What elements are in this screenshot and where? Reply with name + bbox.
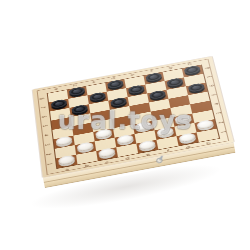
white-checker-d2[interactable] bbox=[117, 134, 134, 145]
square-d1[interactable] bbox=[116, 144, 138, 157]
square-a2[interactable] bbox=[55, 145, 76, 158]
white-checker-e1[interactable] bbox=[138, 140, 156, 151]
square-a3[interactable] bbox=[54, 136, 75, 149]
white-checker-e3[interactable] bbox=[135, 121, 152, 131]
square-c3[interactable] bbox=[93, 128, 114, 141]
square-d5[interactable] bbox=[110, 106, 131, 119]
square-g1[interactable] bbox=[176, 132, 198, 145]
square-c1[interactable] bbox=[96, 147, 118, 160]
square-e5[interactable] bbox=[129, 102, 150, 115]
checkers-box: abcdefgh abcdefgh 87654321 87654321 bbox=[33, 56, 234, 177]
white-checker-c3[interactable] bbox=[95, 128, 112, 139]
square-d3[interactable] bbox=[113, 125, 135, 138]
square-f5[interactable] bbox=[149, 99, 171, 112]
square-g5[interactable] bbox=[168, 95, 190, 108]
rank-label: 1 bbox=[213, 127, 234, 136]
black-checker-b8[interactable] bbox=[69, 86, 85, 96]
square-g3[interactable] bbox=[172, 114, 194, 127]
white-checker-g3[interactable] bbox=[174, 113, 192, 123]
black-checker-d8[interactable] bbox=[107, 79, 124, 89]
square-c5[interactable] bbox=[90, 110, 111, 123]
square-e1[interactable] bbox=[136, 140, 158, 153]
square-e2[interactable] bbox=[135, 130, 157, 143]
square-f3[interactable] bbox=[153, 117, 175, 130]
square-b3[interactable] bbox=[73, 132, 94, 145]
rank-label: 4 bbox=[206, 99, 227, 108]
white-checker-a1[interactable] bbox=[58, 155, 75, 166]
square-b5[interactable] bbox=[71, 113, 92, 126]
white-checker-c1[interactable] bbox=[98, 147, 115, 158]
square-b2[interactable] bbox=[75, 141, 96, 154]
white-checker-g1[interactable] bbox=[178, 132, 196, 143]
black-checker-f8[interactable] bbox=[145, 72, 162, 82]
clasp-icon bbox=[154, 156, 165, 166]
board-face: abcdefgh abcdefgh 87654321 87654321 bbox=[33, 56, 234, 177]
square-c4[interactable] bbox=[92, 119, 113, 132]
rank-label: 2 bbox=[210, 118, 231, 127]
white-checker-f2[interactable] bbox=[156, 127, 174, 138]
square-f2[interactable] bbox=[154, 127, 176, 140]
white-checker-b2[interactable] bbox=[77, 141, 94, 152]
rank-label: 3 bbox=[36, 140, 57, 149]
square-f4[interactable] bbox=[151, 108, 173, 121]
rank-label: 1 bbox=[39, 160, 60, 169]
white-checker-h2[interactable] bbox=[196, 119, 214, 130]
scene: abcdefgh abcdefgh 87654321 87654321 bbox=[20, 5, 239, 224]
rank-label: 3 bbox=[208, 109, 229, 118]
square-h1[interactable] bbox=[197, 129, 219, 142]
square-f1[interactable] bbox=[156, 136, 178, 149]
square-h4[interactable] bbox=[190, 101, 212, 114]
square-e3[interactable] bbox=[133, 121, 155, 134]
square-a4[interactable] bbox=[52, 126, 73, 139]
square-g2[interactable] bbox=[174, 123, 196, 136]
square-g4[interactable] bbox=[170, 104, 192, 117]
black-checker-h8[interactable] bbox=[184, 65, 201, 75]
square-a1[interactable] bbox=[56, 155, 77, 169]
product-photo: abcdefgh abcdefgh 87654321 87654321 ural… bbox=[0, 0, 250, 250]
square-e4[interactable] bbox=[131, 112, 153, 125]
square-a5[interactable] bbox=[51, 117, 72, 130]
square-c2[interactable] bbox=[95, 138, 117, 151]
square-b1[interactable] bbox=[76, 151, 98, 164]
white-checker-a3[interactable] bbox=[55, 135, 72, 146]
rank-label: 4 bbox=[35, 131, 55, 140]
square-d2[interactable] bbox=[115, 134, 137, 147]
square-d4[interactable] bbox=[111, 115, 132, 128]
square-h3[interactable] bbox=[192, 110, 214, 123]
square-h2[interactable] bbox=[194, 119, 216, 132]
rank-label: 2 bbox=[38, 150, 59, 159]
square-h5[interactable] bbox=[188, 92, 210, 105]
square-b4[interactable] bbox=[72, 123, 93, 136]
